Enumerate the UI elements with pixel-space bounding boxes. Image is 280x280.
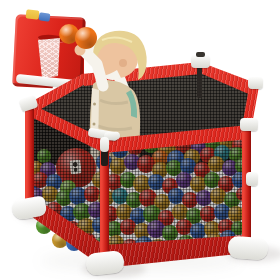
left-pole [25,104,34,210]
right-pole [242,127,251,249]
foot-right [227,236,268,261]
corner-connector-right [240,118,258,131]
rail-connector-right [246,172,258,186]
front-pole-clamp [101,150,108,166]
corner-connector-front [100,137,109,152]
product-photo [0,0,280,280]
